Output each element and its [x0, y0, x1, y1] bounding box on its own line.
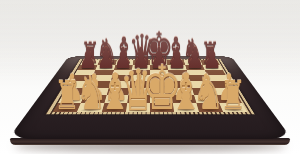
white-rook-h1[interactable]: ♜ [220, 75, 246, 115]
chess-set-photo: ♜♞♝♛♚♝♞♜♟♟♟♟♟♟♟♟♟♟♟♟♟♟♟♟♜♞♝♛♚♝♞♜ [0, 0, 300, 154]
board-front-edge [10, 138, 290, 145]
